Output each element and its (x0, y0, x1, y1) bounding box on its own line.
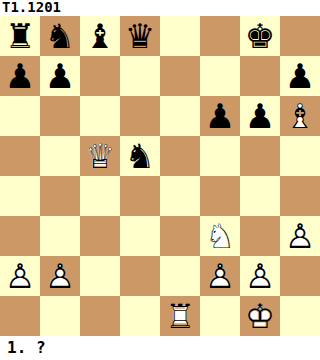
square-a4[interactable] (0, 176, 40, 216)
white-pawn: ♟︎♙︎ (0, 256, 40, 296)
black-pawn: ♟︎ (200, 96, 240, 136)
black-knight: ♞︎ (120, 136, 160, 176)
square-g8[interactable]: ♚︎ (240, 16, 280, 56)
square-f5[interactable] (200, 136, 240, 176)
square-e1[interactable]: ♜︎♖︎ (160, 296, 200, 336)
position-label: T1.1201 (0, 0, 320, 16)
square-a1[interactable] (0, 296, 40, 336)
square-h3[interactable]: ♟︎♙︎ (280, 216, 320, 256)
square-f2[interactable]: ♟︎♙︎ (200, 256, 240, 296)
square-c2[interactable] (80, 256, 120, 296)
black-queen: ♛︎ (120, 16, 160, 56)
white-rook: ♜︎♖︎ (160, 296, 200, 336)
square-g3[interactable] (240, 216, 280, 256)
black-pawn: ♟︎ (0, 56, 40, 96)
square-f1[interactable] (200, 296, 240, 336)
square-h5[interactable] (280, 136, 320, 176)
chess-board: ♜︎♞︎♝︎♛︎♚︎♟︎♟︎♟︎♟︎♟︎♝︎♗︎♛︎♕︎♞︎♞︎♘︎♟︎♙︎♟︎… (0, 16, 320, 336)
square-b4[interactable] (40, 176, 80, 216)
square-f6[interactable]: ♟︎ (200, 96, 240, 136)
square-f7[interactable] (200, 56, 240, 96)
white-king: ♚︎♔︎ (240, 296, 280, 336)
square-a7[interactable]: ♟︎ (0, 56, 40, 96)
square-a5[interactable] (0, 136, 40, 176)
square-h2[interactable] (280, 256, 320, 296)
square-c6[interactable] (80, 96, 120, 136)
black-bishop: ♝︎ (80, 16, 120, 56)
square-h4[interactable] (280, 176, 320, 216)
square-d3[interactable] (120, 216, 160, 256)
square-a2[interactable]: ♟︎♙︎ (0, 256, 40, 296)
square-e6[interactable] (160, 96, 200, 136)
black-pawn: ♟︎ (280, 56, 320, 96)
white-knight: ♞︎♘︎ (200, 216, 240, 256)
square-b6[interactable] (40, 96, 80, 136)
chess-puzzle-page: T1.1201 ♜︎♞︎♝︎♛︎♚︎♟︎♟︎♟︎♟︎♟︎♝︎♗︎♛︎♕︎♞︎♞︎… (0, 0, 320, 360)
square-b7[interactable]: ♟︎ (40, 56, 80, 96)
square-f8[interactable] (200, 16, 240, 56)
square-d4[interactable] (120, 176, 160, 216)
square-g5[interactable] (240, 136, 280, 176)
square-g4[interactable] (240, 176, 280, 216)
square-g6[interactable]: ♟︎ (240, 96, 280, 136)
square-b1[interactable] (40, 296, 80, 336)
square-b5[interactable] (40, 136, 80, 176)
square-d8[interactable]: ♛︎ (120, 16, 160, 56)
white-bishop: ♝︎♗︎ (280, 96, 320, 136)
white-pawn: ♟︎♙︎ (240, 256, 280, 296)
square-e4[interactable] (160, 176, 200, 216)
square-e3[interactable] (160, 216, 200, 256)
black-knight: ♞︎ (40, 16, 80, 56)
square-e2[interactable] (160, 256, 200, 296)
square-b2[interactable]: ♟︎♙︎ (40, 256, 80, 296)
square-c5[interactable]: ♛︎♕︎ (80, 136, 120, 176)
square-c3[interactable] (80, 216, 120, 256)
square-g7[interactable] (240, 56, 280, 96)
square-e8[interactable] (160, 16, 200, 56)
black-king: ♚︎ (240, 16, 280, 56)
square-f3[interactable]: ♞︎♘︎ (200, 216, 240, 256)
white-pawn: ♟︎♙︎ (40, 256, 80, 296)
square-a8[interactable]: ♜︎ (0, 16, 40, 56)
square-f4[interactable] (200, 176, 240, 216)
white-queen: ♛︎♕︎ (80, 136, 120, 176)
square-c8[interactable]: ♝︎ (80, 16, 120, 56)
square-e7[interactable] (160, 56, 200, 96)
white-pawn: ♟︎♙︎ (280, 216, 320, 256)
square-h7[interactable]: ♟︎ (280, 56, 320, 96)
square-d1[interactable] (120, 296, 160, 336)
square-a6[interactable] (0, 96, 40, 136)
square-h8[interactable] (280, 16, 320, 56)
square-a3[interactable] (0, 216, 40, 256)
square-c4[interactable] (80, 176, 120, 216)
square-d5[interactable]: ♞︎ (120, 136, 160, 176)
square-h6[interactable]: ♝︎♗︎ (280, 96, 320, 136)
square-d6[interactable] (120, 96, 160, 136)
square-b3[interactable] (40, 216, 80, 256)
square-e5[interactable] (160, 136, 200, 176)
square-g2[interactable]: ♟︎♙︎ (240, 256, 280, 296)
black-pawn: ♟︎ (240, 96, 280, 136)
square-d7[interactable] (120, 56, 160, 96)
square-d2[interactable] (120, 256, 160, 296)
square-b8[interactable]: ♞︎ (40, 16, 80, 56)
square-h1[interactable] (280, 296, 320, 336)
black-rook: ♜︎ (0, 16, 40, 56)
square-c7[interactable] (80, 56, 120, 96)
black-pawn: ♟︎ (40, 56, 80, 96)
square-c1[interactable] (80, 296, 120, 336)
white-pawn: ♟︎♙︎ (200, 256, 240, 296)
move-prompt: 1. ? (0, 336, 320, 360)
square-g1[interactable]: ♚︎♔︎ (240, 296, 280, 336)
